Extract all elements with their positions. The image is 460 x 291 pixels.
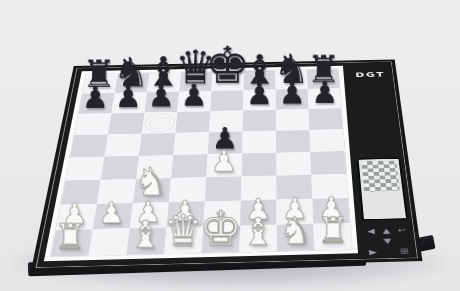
square-c6[interactable] bbox=[142, 112, 178, 134]
square-g7[interactable]: ♟ bbox=[276, 89, 309, 110]
square-h4[interactable] bbox=[310, 151, 346, 175]
piece-black-pawn[interactable]: ♟ bbox=[82, 83, 109, 113]
piece-white-pawn[interactable]: ♟ bbox=[99, 199, 125, 228]
epaper-display[interactable] bbox=[357, 158, 408, 221]
square-h7[interactable]: ♟ bbox=[308, 88, 342, 109]
button-cluster: ◀▲↩▼▶⊞ bbox=[363, 225, 413, 258]
square-c7[interactable]: ♟ bbox=[144, 92, 179, 113]
square-g5[interactable] bbox=[276, 130, 310, 153]
square-f6[interactable] bbox=[242, 110, 275, 132]
square-g1[interactable]: ♞ bbox=[277, 224, 315, 251]
square-d4[interactable] bbox=[171, 154, 207, 178]
square-a7[interactable]: ♟ bbox=[78, 93, 114, 114]
square-a6[interactable] bbox=[74, 113, 111, 135]
board-grid: ♜♞♝♛♚♝♞♜♟♟♟♟♟♟♟♟♟♞♟♟♟♟♟♟♟♜♝♛♚♝♞♜ bbox=[51, 69, 352, 257]
square-h6[interactable] bbox=[309, 108, 343, 130]
board-surface: ♜♞♝♛♚♝♞♜♟♟♟♟♟♟♟♟♟♞♟♟♟♟♟♟♟♜♝♛♚♝♞♜ bbox=[44, 66, 358, 261]
square-f4[interactable] bbox=[241, 153, 276, 177]
play-icon[interactable]: ▶ bbox=[369, 249, 377, 256]
piece-black-pawn[interactable]: ♟ bbox=[115, 82, 142, 112]
square-f5[interactable] bbox=[242, 131, 276, 154]
square-g4[interactable] bbox=[276, 152, 311, 176]
piece-black-pawn[interactable]: ♟ bbox=[311, 78, 338, 108]
square-b7[interactable]: ♟ bbox=[111, 92, 147, 113]
dgt-logo: DGT bbox=[348, 70, 392, 78]
square-b6[interactable] bbox=[108, 113, 144, 135]
chess-computer: ♜♞♝♛♚♝♞♜♟♟♟♟♟♟♟♟♟♞♟♟♟♟♟♟♟♜♝♛♚♝♞♜ DGT ◀▲↩… bbox=[31, 59, 423, 271]
square-h1[interactable]: ♜ bbox=[313, 223, 352, 250]
piece-white-rook[interactable]: ♜ bbox=[317, 213, 349, 248]
square-e7[interactable] bbox=[210, 90, 243, 111]
square-f1[interactable]: ♝ bbox=[239, 225, 277, 252]
square-a4[interactable] bbox=[65, 157, 104, 181]
back-icon[interactable]: ◀ bbox=[367, 228, 375, 235]
square-e1[interactable]: ♚ bbox=[202, 226, 240, 253]
enter-icon[interactable]: ↩ bbox=[397, 227, 406, 234]
square-d7[interactable]: ♟ bbox=[177, 91, 211, 112]
piece-white-king[interactable]: ♚ bbox=[199, 204, 241, 251]
perspective-scene: ♜♞♝♛♚♝♞♜♟♟♟♟♟♟♟♟♟♞♟♟♟♟♟♟♟♜♝♛♚♝♞♜ DGT ◀▲↩… bbox=[0, 0, 460, 291]
piece-black-pawn[interactable]: ♟ bbox=[148, 81, 175, 111]
square-b1[interactable] bbox=[89, 228, 130, 255]
piece-white-bishop[interactable]: ♝ bbox=[241, 213, 275, 250]
piece-white-rook[interactable]: ♜ bbox=[54, 220, 86, 256]
square-a1[interactable]: ♜ bbox=[51, 229, 93, 257]
square-h5[interactable] bbox=[309, 129, 344, 152]
square-e8[interactable]: ♚ bbox=[211, 71, 244, 91]
piece-white-pawn[interactable]: ♟ bbox=[211, 147, 237, 176]
piece-black-pawn[interactable]: ♟ bbox=[246, 79, 273, 109]
square-f7[interactable]: ♟ bbox=[243, 90, 276, 111]
menu-grid-icon[interactable]: ⊞ bbox=[400, 248, 409, 255]
piece-black-pawn[interactable]: ♟ bbox=[180, 81, 207, 111]
down-arrow-icon[interactable]: ▼ bbox=[383, 238, 391, 245]
square-e4[interactable]: ♟ bbox=[206, 153, 242, 177]
piece-white-knight[interactable]: ♞ bbox=[279, 212, 313, 249]
led-ring bbox=[146, 114, 174, 131]
up-arrow-icon[interactable]: ▲ bbox=[382, 227, 390, 234]
piece-white-bishop[interactable]: ♝ bbox=[129, 216, 163, 254]
display-chess-diagram bbox=[362, 161, 400, 192]
board-frame: ♜♞♝♛♚♝♞♜♟♟♟♟♟♟♟♟♟♞♟♟♟♟♟♟♟♜♝♛♚♝♞♜ DGT ◀▲↩… bbox=[31, 59, 423, 271]
square-c1[interactable]: ♝ bbox=[126, 227, 166, 254]
square-b5[interactable] bbox=[104, 134, 141, 157]
square-d6[interactable] bbox=[175, 111, 210, 133]
square-e3[interactable] bbox=[205, 176, 241, 201]
square-d1[interactable]: ♛ bbox=[164, 227, 203, 254]
piece-black-pawn[interactable]: ♟ bbox=[279, 79, 306, 109]
photo-stage: ♜♞♝♛♚♝♞♜♟♟♟♟♟♟♟♟♟♞♟♟♟♟♟♟♟♜♝♛♚♝♞♜ DGT ◀▲↩… bbox=[0, 0, 460, 291]
piece-white-queen[interactable]: ♛ bbox=[164, 209, 203, 252]
square-a5[interactable] bbox=[70, 135, 108, 158]
square-g6[interactable] bbox=[276, 109, 310, 131]
